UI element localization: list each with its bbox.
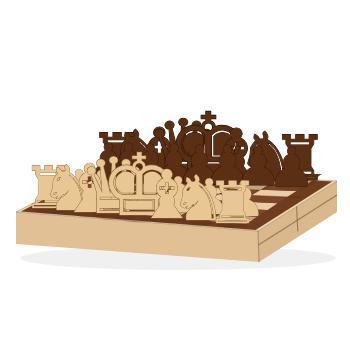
product-photo: ♜♞♝♛♚♝♞♜♟♟♟♟♟♟♟♟♟♟♟♟♜♟♞♝♟♛♟♚♟♝♞♜: [0, 0, 350, 350]
chess-set-photo: ♜♞♝♛♚♝♞♜♟♟♟♟♟♟♟♟♟♟♟♟♜♟♞♝♟♛♟♚♟♝♞♜: [0, 0, 350, 350]
piece-black-pawn-h7: ♟: [267, 136, 315, 199]
piece-white-rook-h1: ♜: [207, 169, 259, 237]
